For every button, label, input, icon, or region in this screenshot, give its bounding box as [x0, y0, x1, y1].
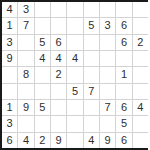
- cell-r9c6[interactable]: 4: [84, 133, 99, 148]
- cell-r2c2[interactable]: 7: [18, 18, 33, 33]
- cell-r9c8[interactable]: 6: [116, 133, 131, 148]
- cell-r4c3[interactable]: 4: [35, 51, 50, 66]
- cell-r6c8[interactable]: [116, 84, 131, 99]
- cell-r1c3[interactable]: [35, 2, 50, 17]
- cell-r1c9[interactable]: [133, 2, 148, 17]
- cell-r3c5[interactable]: [67, 35, 82, 50]
- cell-r4c6[interactable]: [84, 51, 99, 66]
- cell-r6c3[interactable]: [35, 84, 50, 99]
- cell-r7c4[interactable]: [51, 100, 66, 115]
- cell-r7c9[interactable]: 4: [133, 100, 148, 115]
- cell-r5c5[interactable]: [67, 67, 82, 82]
- cell-r9c5[interactable]: [67, 133, 82, 148]
- cell-r5c1[interactable]: [2, 67, 17, 82]
- cell-r8c6[interactable]: [84, 116, 99, 131]
- sudoku-board: 431753635662944482157195764356429496: [0, 0, 148, 150]
- cell-r7c5[interactable]: [67, 100, 82, 115]
- cell-r4c4[interactable]: 4: [51, 51, 66, 66]
- cell-r3c9[interactable]: 2: [133, 35, 148, 50]
- cell-r2c7[interactable]: 3: [100, 18, 115, 33]
- cell-r7c1[interactable]: 1: [2, 100, 17, 115]
- cell-r3c7[interactable]: [100, 35, 115, 50]
- cell-r3c1[interactable]: 3: [2, 35, 17, 50]
- cell-r2c3[interactable]: [35, 18, 50, 33]
- cell-r6c9[interactable]: [133, 84, 148, 99]
- cell-r1c2[interactable]: 3: [18, 2, 33, 17]
- cell-r1c8[interactable]: [116, 2, 131, 17]
- cell-r3c3[interactable]: 5: [35, 35, 50, 50]
- cell-r8c7[interactable]: [100, 116, 115, 131]
- cell-r4c1[interactable]: 9: [2, 51, 17, 66]
- cell-r7c8[interactable]: 6: [116, 100, 131, 115]
- cell-r3c2[interactable]: [18, 35, 33, 50]
- cell-r7c3[interactable]: 5: [35, 100, 50, 115]
- cell-r9c4[interactable]: 9: [51, 133, 66, 148]
- cell-r4c8[interactable]: [116, 51, 131, 66]
- cell-r8c4[interactable]: [51, 116, 66, 131]
- cell-r4c2[interactable]: [18, 51, 33, 66]
- cell-r8c5[interactable]: [67, 116, 82, 131]
- cell-r5c2[interactable]: 8: [18, 67, 33, 82]
- cell-r9c1[interactable]: 6: [2, 133, 17, 148]
- cell-r8c8[interactable]: 5: [116, 116, 131, 131]
- cell-r2c6[interactable]: 5: [84, 18, 99, 33]
- cell-r6c4[interactable]: [51, 84, 66, 99]
- cell-r9c9[interactable]: [133, 133, 148, 148]
- cell-r6c7[interactable]: [100, 84, 115, 99]
- cell-r2c4[interactable]: [51, 18, 66, 33]
- cell-r5c4[interactable]: 2: [51, 67, 66, 82]
- cell-r8c1[interactable]: 3: [2, 116, 17, 131]
- cell-r9c7[interactable]: 9: [100, 133, 115, 148]
- cell-r9c2[interactable]: 4: [18, 133, 33, 148]
- cell-r2c5[interactable]: [67, 18, 82, 33]
- cell-r5c3[interactable]: [35, 67, 50, 82]
- cell-r6c1[interactable]: [2, 84, 17, 99]
- cell-r2c1[interactable]: 1: [2, 18, 17, 33]
- cell-r1c1[interactable]: 4: [2, 2, 17, 17]
- cell-r7c6[interactable]: [84, 100, 99, 115]
- cell-r2c9[interactable]: [133, 18, 148, 33]
- cell-r5c9[interactable]: [133, 67, 148, 82]
- cell-r5c8[interactable]: 1: [116, 67, 131, 82]
- cell-r8c3[interactable]: [35, 116, 50, 131]
- cell-r4c7[interactable]: [100, 51, 115, 66]
- cell-r8c2[interactable]: [18, 116, 33, 131]
- cell-r1c6[interactable]: [84, 2, 99, 17]
- cell-r3c4[interactable]: 6: [51, 35, 66, 50]
- cell-r1c4[interactable]: [51, 2, 66, 17]
- cell-r3c8[interactable]: 6: [116, 35, 131, 50]
- cell-r4c5[interactable]: 4: [67, 51, 82, 66]
- cell-r6c5[interactable]: 5: [67, 84, 82, 99]
- cell-r8c9[interactable]: [133, 116, 148, 131]
- cell-r5c6[interactable]: [84, 67, 99, 82]
- cell-r4c9[interactable]: [133, 51, 148, 66]
- cell-r7c2[interactable]: 9: [18, 100, 33, 115]
- cell-r6c2[interactable]: [18, 84, 33, 99]
- cell-r2c8[interactable]: 6: [116, 18, 131, 33]
- cell-r6c6[interactable]: 7: [84, 84, 99, 99]
- cell-r3c6[interactable]: [84, 35, 99, 50]
- cell-r5c7[interactable]: [100, 67, 115, 82]
- cell-r9c3[interactable]: 2: [35, 133, 50, 148]
- cell-r1c7[interactable]: [100, 2, 115, 17]
- cell-r7c7[interactable]: 7: [100, 100, 115, 115]
- cell-r1c5[interactable]: [67, 2, 82, 17]
